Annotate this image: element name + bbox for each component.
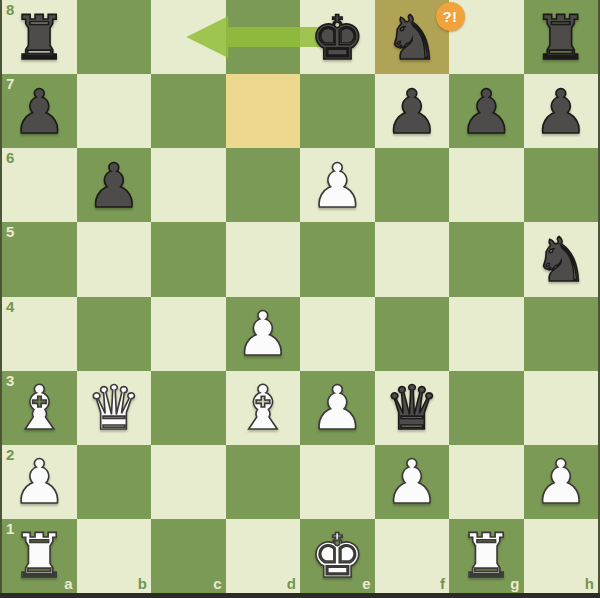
- rank-label-6: 6: [6, 149, 14, 166]
- square-e8[interactable]: ♚: [300, 0, 375, 74]
- square-e6[interactable]: ♟: [300, 148, 375, 222]
- square-a5[interactable]: 5: [2, 222, 77, 296]
- file-label-d: d: [287, 575, 296, 592]
- square-b6[interactable]: ♟: [77, 148, 152, 222]
- square-c8[interactable]: [151, 0, 226, 74]
- rank-label-4: 4: [6, 298, 14, 315]
- square-c6[interactable]: [151, 148, 226, 222]
- square-a7[interactable]: 7♟: [2, 74, 77, 148]
- square-b7[interactable]: [77, 74, 152, 148]
- piece-black-pawn[interactable]: ♟: [77, 148, 152, 222]
- square-h5[interactable]: ♞: [524, 222, 599, 296]
- square-b1[interactable]: b: [77, 519, 152, 593]
- square-c3[interactable]: [151, 371, 226, 445]
- square-d8[interactable]: [226, 0, 301, 74]
- piece-white-pawn[interactable]: ♟: [2, 445, 77, 519]
- piece-black-pawn[interactable]: ♟: [2, 74, 77, 148]
- square-h4[interactable]: [524, 297, 599, 371]
- piece-black-pawn[interactable]: ♟: [524, 74, 599, 148]
- square-b4[interactable]: [77, 297, 152, 371]
- square-f4[interactable]: [375, 297, 450, 371]
- piece-white-pawn[interactable]: ♟: [226, 297, 301, 371]
- piece-white-bishop[interactable]: ♝: [226, 371, 301, 445]
- file-label-c: c: [213, 575, 221, 592]
- piece-black-rook[interactable]: ♜: [2, 0, 77, 74]
- square-b3[interactable]: ♛: [77, 371, 152, 445]
- piece-white-pawn[interactable]: ♟: [524, 445, 599, 519]
- square-a6[interactable]: 6: [2, 148, 77, 222]
- square-f3[interactable]: ♛: [375, 371, 450, 445]
- piece-black-pawn[interactable]: ♟: [375, 74, 450, 148]
- square-f5[interactable]: [375, 222, 450, 296]
- piece-white-pawn[interactable]: ♟: [375, 445, 450, 519]
- piece-black-knight[interactable]: ♞: [524, 222, 599, 296]
- square-c1[interactable]: c: [151, 519, 226, 593]
- square-e3[interactable]: ♟: [300, 371, 375, 445]
- square-e5[interactable]: [300, 222, 375, 296]
- piece-white-pawn[interactable]: ♟: [300, 371, 375, 445]
- square-a2[interactable]: 2♟: [2, 445, 77, 519]
- rank-label-5: 5: [6, 223, 14, 240]
- square-c5[interactable]: [151, 222, 226, 296]
- piece-black-rook[interactable]: ♜: [524, 0, 599, 74]
- square-d5[interactable]: [226, 222, 301, 296]
- square-d6[interactable]: [226, 148, 301, 222]
- square-h8[interactable]: ♜: [524, 0, 599, 74]
- square-h7[interactable]: ♟: [524, 74, 599, 148]
- square-b2[interactable]: [77, 445, 152, 519]
- square-h1[interactable]: h: [524, 519, 599, 593]
- square-g7[interactable]: ♟: [449, 74, 524, 148]
- square-c4[interactable]: [151, 297, 226, 371]
- square-b5[interactable]: [77, 222, 152, 296]
- file-label-b: b: [138, 575, 147, 592]
- square-h6[interactable]: [524, 148, 599, 222]
- board-bottom-edge: [0, 593, 600, 598]
- piece-white-rook[interactable]: ♜: [2, 519, 77, 593]
- square-d1[interactable]: d: [226, 519, 301, 593]
- piece-black-king[interactable]: ♚: [300, 0, 375, 74]
- file-label-h: h: [585, 575, 594, 592]
- piece-black-pawn[interactable]: ♟: [449, 74, 524, 148]
- square-a4[interactable]: 4: [2, 297, 77, 371]
- piece-white-king[interactable]: ♚: [300, 519, 375, 593]
- square-f2[interactable]: ♟: [375, 445, 450, 519]
- square-h2[interactable]: ♟: [524, 445, 599, 519]
- square-a3[interactable]: 3♝: [2, 371, 77, 445]
- square-g2[interactable]: [449, 445, 524, 519]
- file-label-f: f: [440, 575, 445, 592]
- move-quality-badge: ?!: [436, 2, 465, 31]
- square-h3[interactable]: [524, 371, 599, 445]
- square-e1[interactable]: e♚: [300, 519, 375, 593]
- square-f6[interactable]: [375, 148, 450, 222]
- square-a8[interactable]: 8♜: [2, 0, 77, 74]
- square-e7[interactable]: [300, 74, 375, 148]
- square-g6[interactable]: [449, 148, 524, 222]
- piece-white-rook[interactable]: ♜: [449, 519, 524, 593]
- square-d3[interactable]: ♝: [226, 371, 301, 445]
- square-c2[interactable]: [151, 445, 226, 519]
- square-b8[interactable]: [77, 0, 152, 74]
- square-d7[interactable]: [226, 74, 301, 148]
- piece-white-queen[interactable]: ♛: [77, 371, 152, 445]
- square-g5[interactable]: [449, 222, 524, 296]
- square-g3[interactable]: [449, 371, 524, 445]
- move-quality-symbol: ?!: [442, 8, 457, 25]
- square-d2[interactable]: [226, 445, 301, 519]
- piece-black-queen[interactable]: ♛: [375, 371, 450, 445]
- square-f1[interactable]: f: [375, 519, 450, 593]
- square-d4[interactable]: ♟: [226, 297, 301, 371]
- square-g4[interactable]: [449, 297, 524, 371]
- square-g1[interactable]: g♜: [449, 519, 524, 593]
- square-e4[interactable]: [300, 297, 375, 371]
- piece-white-pawn[interactable]: ♟: [300, 148, 375, 222]
- square-e2[interactable]: [300, 445, 375, 519]
- chess-board: 8♜♚♞♜7♟♟♟♟6♟♟5♞4♟3♝♛♝♟♛2♟♟♟1a♜bcde♚fg♜h: [2, 0, 598, 593]
- square-a1[interactable]: 1a♜: [2, 519, 77, 593]
- square-c7[interactable]: [151, 74, 226, 148]
- square-f7[interactable]: ♟: [375, 74, 450, 148]
- chess-app-stage: 8♜♚♞♜7♟♟♟♟6♟♟5♞4♟3♝♛♝♟♛2♟♟♟1a♜bcde♚fg♜h …: [0, 0, 600, 598]
- piece-white-bishop[interactable]: ♝: [2, 371, 77, 445]
